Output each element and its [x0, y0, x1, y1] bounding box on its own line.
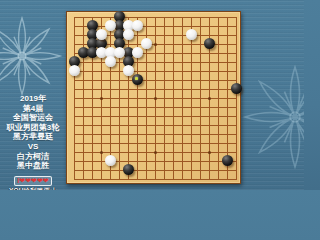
grid-line — [200, 17, 201, 180]
info-white-player: 白方柯洁 — [0, 152, 66, 162]
black-stone — [132, 74, 143, 85]
white-stone — [105, 155, 116, 166]
info-vs: VS — [0, 142, 66, 152]
star-point — [154, 43, 157, 46]
info-year: 2019年 — [0, 94, 66, 104]
info-round: 职业男团第3轮 — [0, 123, 66, 133]
white-stone — [132, 20, 143, 31]
star-point — [154, 151, 157, 154]
white-stone — [105, 56, 116, 67]
star-point — [100, 97, 103, 100]
grid-line — [74, 125, 237, 126]
white-stone — [96, 29, 107, 40]
white-stone — [132, 47, 143, 58]
white-stone — [141, 38, 152, 49]
grid-line — [182, 17, 183, 180]
grid-line — [74, 143, 237, 144]
white-stone — [69, 65, 80, 76]
grid-line — [74, 161, 237, 162]
watermark-logo: I❤❤❤❤❤ YOU哈利路亚十 — [3, 169, 63, 190]
info-black-player: 黑方芈昱廷 — [0, 132, 66, 142]
white-stone — [123, 29, 134, 40]
black-stone — [123, 164, 134, 175]
grid-line — [74, 179, 237, 180]
last-move-marker — [135, 77, 138, 80]
watermark-hearts-line: I❤❤❤❤❤ — [14, 176, 51, 186]
star-point — [154, 97, 157, 100]
star-point — [100, 151, 103, 154]
grid-line — [74, 107, 237, 108]
black-stone — [204, 38, 215, 49]
black-stone — [222, 155, 233, 166]
watermark-text-line: YOU哈利路亚十 — [3, 187, 63, 190]
grid-line — [74, 116, 237, 117]
grid-line — [191, 17, 192, 180]
grid-line — [164, 17, 165, 180]
game-info-panel: 2019年 第4届 全国智运会 职业男团第3轮 黑方芈昱廷 VS 白方柯洁 黑中… — [0, 94, 66, 171]
go-board — [66, 11, 241, 184]
white-stone — [105, 20, 116, 31]
flower-ornament-top-left — [0, 14, 64, 98]
white-stone — [123, 65, 134, 76]
grid-line — [74, 170, 237, 171]
white-stone — [186, 29, 197, 40]
grid-line — [173, 17, 174, 180]
black-stone — [231, 83, 242, 94]
info-event: 全国智运会 — [0, 113, 66, 123]
grid-line — [236, 17, 237, 180]
star-point — [208, 151, 211, 154]
white-stone — [114, 47, 125, 58]
flower-ornament-bottom-right — [240, 62, 304, 172]
info-edition: 第4届 — [0, 104, 66, 114]
star-point — [208, 97, 211, 100]
grid-line — [74, 134, 237, 135]
grid-line — [218, 17, 219, 180]
